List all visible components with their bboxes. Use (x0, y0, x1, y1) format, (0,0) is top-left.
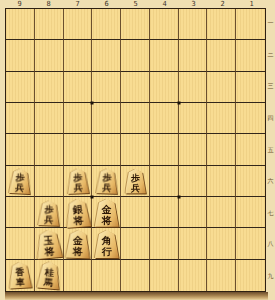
piece-kanji: 兵 (38, 214, 59, 225)
star-point (91, 196, 94, 199)
board-cell-2三[interactable] (207, 72, 236, 103)
board-cell-2七[interactable] (207, 197, 236, 228)
pawn-face: 歩兵 (67, 168, 89, 194)
rank-label-5: 五 (266, 134, 275, 166)
piece-kanji: 角 (95, 235, 119, 246)
board-cell-2八[interactable] (207, 228, 236, 259)
board-bottom-edge (5, 292, 268, 300)
shogi-piece-pawn[interactable]: 歩兵 (67, 168, 89, 194)
piece-kanji: 金 (95, 204, 119, 215)
silver-face: 銀将 (65, 198, 91, 228)
rank-label-2: 二 (266, 40, 275, 72)
gold-face: 金将 (65, 230, 90, 259)
board-cell-2六[interactable] (207, 166, 236, 197)
board-cell-7三[interactable] (64, 72, 93, 103)
shogi-piece-gold[interactable]: 金将 (95, 199, 119, 227)
rank-labels: 一二三四五六七八九 (266, 8, 275, 292)
board-cell-3八[interactable] (179, 228, 208, 259)
shogi-piece-lance[interactable]: 香車 (9, 262, 32, 289)
gold-face: 金将 (95, 199, 119, 227)
piece-kanji: 行 (95, 246, 119, 257)
rank-label-9: 九 (266, 261, 275, 293)
board-cell-2一[interactable] (207, 9, 236, 40)
shogi-piece-bishop[interactable]: 角行 (95, 230, 119, 258)
board-cell-9七[interactable] (6, 197, 35, 228)
board-cell-5一[interactable] (121, 9, 150, 40)
board-cell-1三[interactable] (236, 72, 265, 103)
rank-label-7: 七 (266, 197, 275, 229)
shogi-app: 987654321 歩兵歩兵歩兵歩兵歩兵銀将金将玉将金将角行香車桂馬 一二三四五… (0, 0, 275, 300)
board-cell-4一[interactable] (150, 9, 179, 40)
piece-kanji: 車 (9, 277, 31, 288)
knight-face: 桂馬 (37, 261, 61, 290)
shogi-piece-king[interactable]: 玉将 (35, 229, 62, 259)
board-cell-7五[interactable] (64, 134, 93, 165)
board-cell-7一[interactable] (64, 9, 93, 40)
board-cell-4七[interactable] (150, 197, 179, 228)
board-cell-8四[interactable] (35, 103, 64, 134)
board-cell-4六[interactable] (150, 166, 179, 197)
lance-face: 香車 (9, 262, 32, 289)
board-cell-1一[interactable] (236, 9, 265, 40)
board-cell-7九[interactable] (64, 260, 93, 291)
board-cell-2二[interactable] (207, 40, 236, 71)
board-cell-6一[interactable] (92, 9, 121, 40)
shogi-piece-pawn[interactable]: 歩兵 (96, 168, 118, 194)
pawn-face: 歩兵 (125, 169, 146, 194)
board-cell-3一[interactable] (179, 9, 208, 40)
board-cell-4五[interactable] (150, 134, 179, 165)
board-cell-4九[interactable] (150, 260, 179, 291)
board-cell-5五[interactable] (121, 134, 150, 165)
piece-kanji: 将 (95, 215, 119, 226)
board-cell-3三[interactable] (179, 72, 208, 103)
board-cell-3七[interactable] (179, 197, 208, 228)
piece-kanji: 将 (66, 214, 91, 227)
board-cell-6二[interactable] (92, 40, 121, 71)
board-cell-8三[interactable] (35, 72, 64, 103)
shogi-piece-pawn[interactable]: 歩兵 (38, 200, 60, 226)
board-cell-5二[interactable] (121, 40, 150, 71)
board-cell-3二[interactable] (179, 40, 208, 71)
piece-kanji: 金 (66, 235, 90, 247)
board-cell-5八[interactable] (121, 228, 150, 259)
board-cell-8六[interactable] (35, 166, 64, 197)
board-cell-1六[interactable] (236, 166, 265, 197)
board-cell-1五[interactable] (236, 134, 265, 165)
shogi-piece-pawn[interactable]: 歩兵 (125, 169, 146, 194)
rank-label-3: 三 (266, 71, 275, 103)
board-cell-4八[interactable] (150, 228, 179, 259)
piece-kanji: 兵 (96, 182, 117, 193)
board-cell-5七[interactable] (121, 197, 150, 228)
piece-kanji: 歩 (125, 173, 146, 183)
piece-kanji: 兵 (67, 182, 88, 193)
shogi-piece-gold[interactable]: 金将 (65, 230, 90, 259)
pawn-face: 歩兵 (9, 168, 31, 194)
board-cell-3九[interactable] (179, 260, 208, 291)
board-cell-9一[interactable] (6, 9, 35, 40)
star-point (177, 196, 180, 199)
piece-kanji: 兵 (125, 183, 146, 193)
piece-kanji: 馬 (37, 277, 60, 289)
board-cell-7二[interactable] (64, 40, 93, 71)
board-cell-5九[interactable] (121, 260, 150, 291)
board-cell-4四[interactable] (150, 103, 179, 134)
board-cell-1八[interactable] (236, 228, 265, 259)
board-cell-3四[interactable] (179, 103, 208, 134)
piece-kanji: 将 (37, 245, 63, 258)
board-cell-8一[interactable] (35, 9, 64, 40)
shogi-piece-pawn[interactable]: 歩兵 (9, 168, 31, 194)
rank-label-8: 八 (266, 229, 275, 261)
board-cell-2五[interactable] (207, 134, 236, 165)
board-cell-6三[interactable] (92, 72, 121, 103)
board-cell-6九[interactable] (92, 260, 121, 291)
board-cell-7四[interactable] (64, 103, 93, 134)
bishop-face: 角行 (95, 230, 119, 258)
piece-kanji: 歩 (39, 204, 60, 215)
star-point (177, 102, 180, 105)
shogi-piece-silver[interactable]: 銀将 (65, 198, 91, 228)
rank-label-6: 六 (266, 166, 275, 198)
rank-label-4: 四 (266, 103, 275, 135)
board-cell-9二[interactable] (6, 40, 35, 71)
board-cell-3五[interactable] (179, 134, 208, 165)
board-cell-6四[interactable] (92, 103, 121, 134)
pawn-face: 歩兵 (38, 200, 60, 226)
board-cell-1四[interactable] (236, 103, 265, 134)
board-cell-8二[interactable] (35, 40, 64, 71)
board-cell-1七[interactable] (236, 197, 265, 228)
board-cell-1九[interactable] (236, 260, 265, 291)
board-cell-1二[interactable] (236, 40, 265, 71)
board-cell-4三[interactable] (150, 72, 179, 103)
pawn-face: 歩兵 (96, 168, 118, 194)
shogi-board[interactable]: 歩兵歩兵歩兵歩兵歩兵銀将金将玉将金将角行香車桂馬 (5, 8, 266, 292)
rank-label-1: 一 (266, 8, 275, 40)
piece-kanji: 兵 (9, 182, 30, 193)
king-face: 玉将 (35, 229, 62, 259)
shogi-piece-knight[interactable]: 桂馬 (37, 261, 61, 290)
star-point (91, 102, 94, 105)
board-cell-4二[interactable] (150, 40, 179, 71)
board-cell-2九[interactable] (207, 260, 236, 291)
board-cell-5三[interactable] (121, 72, 150, 103)
board-cell-5四[interactable] (121, 103, 150, 134)
board-cell-8五[interactable] (35, 134, 64, 165)
board-cell-6五[interactable] (92, 134, 121, 165)
board-cell-2四[interactable] (207, 103, 236, 134)
board-cell-9四[interactable] (6, 103, 35, 134)
piece-kanji: 将 (65, 246, 89, 258)
board-cell-9五[interactable] (6, 134, 35, 165)
board-cell-9三[interactable] (6, 72, 35, 103)
board-cell-3六[interactable] (179, 166, 208, 197)
board-cell-9八[interactable] (6, 228, 35, 259)
